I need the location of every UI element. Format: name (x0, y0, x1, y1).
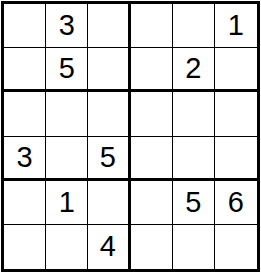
cell-r3c1[interactable] (4, 92, 46, 136)
sudoku-page: 3152351564 (0, 0, 261, 273)
cell-r2c4[interactable] (131, 48, 173, 92)
cell-r4c6[interactable] (215, 137, 257, 181)
cell-r4c5[interactable] (173, 137, 215, 181)
cell-r6c4[interactable] (131, 225, 173, 269)
cell-r5c6[interactable]: 6 (215, 181, 257, 225)
cell-r4c3[interactable]: 5 (88, 137, 130, 181)
cell-r5c5[interactable]: 5 (173, 181, 215, 225)
cell-r1c1[interactable] (4, 4, 46, 48)
cell-r3c3[interactable] (88, 92, 130, 136)
cell-r4c1[interactable]: 3 (4, 137, 46, 181)
cell-r3c6[interactable] (215, 92, 257, 136)
cell-r2c2[interactable]: 5 (46, 48, 88, 92)
cell-r1c4[interactable] (131, 4, 173, 48)
cell-r3c2[interactable] (46, 92, 88, 136)
cell-r1c2[interactable]: 3 (46, 4, 88, 48)
cell-r1c5[interactable] (173, 4, 215, 48)
cell-r2c6[interactable] (215, 48, 257, 92)
cell-r2c1[interactable] (4, 48, 46, 92)
cell-r2c5[interactable]: 2 (173, 48, 215, 92)
cell-r5c1[interactable] (4, 181, 46, 225)
cell-r6c6[interactable] (215, 225, 257, 269)
cell-r5c4[interactable] (131, 181, 173, 225)
cell-r5c3[interactable] (88, 181, 130, 225)
sudoku-board: 3152351564 (1, 1, 260, 272)
cell-r4c2[interactable] (46, 137, 88, 181)
cell-r6c3[interactable]: 4 (88, 225, 130, 269)
cell-r1c3[interactable] (88, 4, 130, 48)
cell-r2c3[interactable] (88, 48, 130, 92)
cell-r1c6[interactable]: 1 (215, 4, 257, 48)
cell-r3c5[interactable] (173, 92, 215, 136)
cell-r5c2[interactable]: 1 (46, 181, 88, 225)
cell-r3c4[interactable] (131, 92, 173, 136)
cell-r6c5[interactable] (173, 225, 215, 269)
cell-r6c2[interactable] (46, 225, 88, 269)
cell-r4c4[interactable] (131, 137, 173, 181)
cell-r6c1[interactable] (4, 225, 46, 269)
